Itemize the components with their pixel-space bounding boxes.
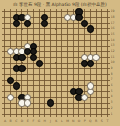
- black-stone: [87, 60, 94, 67]
- white-stone: [24, 99, 31, 106]
- black-stone: [24, 20, 31, 27]
- game-title: 白 李世石 9段 · 黑 AlphaGo 9段 (白棋中盘胜): [13, 0, 107, 9]
- right-coordinate-labels: 19181716151413121110987654321: [111, 9, 120, 117]
- star-point: [21, 62, 23, 64]
- game-info-header: 白 李世石 9段 · 黑 AlphaGo 9段 (白棋中盘胜): [0, 0, 120, 9]
- star-point: [55, 28, 57, 30]
- star-point: [90, 97, 92, 99]
- white-stone: [92, 54, 99, 61]
- star-point: [55, 97, 57, 99]
- go-game-diagram: 白 李世石 9段 · 黑 AlphaGo 9段 (白棋中盘胜) ABCDEFGH…: [0, 0, 120, 126]
- black-stone: [18, 54, 25, 61]
- coordinate-label: T: [105, 118, 111, 125]
- black-stone: [47, 99, 54, 106]
- star-point: [55, 62, 57, 64]
- go-board[interactable]: [2, 9, 110, 117]
- star-point: [21, 28, 23, 30]
- white-stone: [81, 94, 88, 101]
- bottom-coordinate-labels: ABCDEFGHJKLMNOPQRST: [2, 118, 110, 125]
- black-stone: [36, 60, 43, 67]
- black-stone: [13, 20, 20, 27]
- black-stone: [87, 25, 94, 32]
- black-stone: [13, 82, 20, 89]
- coordinate-label: 1: [111, 112, 120, 118]
- white-stone: [87, 82, 94, 89]
- black-stone: [30, 54, 37, 61]
- black-stone: [41, 20, 48, 27]
- white-stone: [7, 94, 14, 101]
- black-stone: [18, 65, 25, 72]
